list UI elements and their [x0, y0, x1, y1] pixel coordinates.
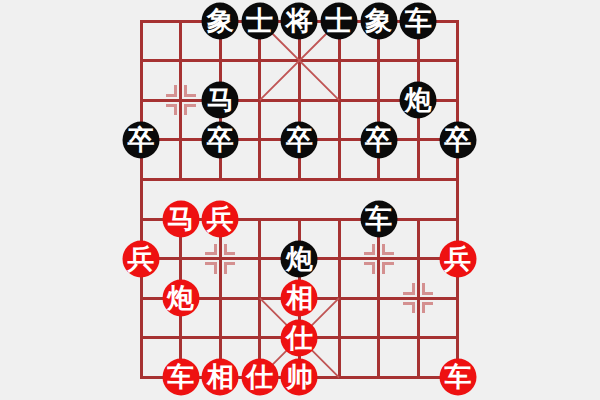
red-chariot[interactable]: 车 [162, 359, 199, 396]
red-elephant[interactable]: 相 [202, 359, 239, 396]
red-elephant[interactable]: 相 [281, 280, 318, 317]
black-soldier[interactable]: 卒 [439, 121, 476, 158]
red-soldier[interactable]: 兵 [202, 201, 239, 238]
black-chariot[interactable]: 车 [400, 3, 437, 40]
red-chariot[interactable]: 车 [439, 359, 476, 396]
red-soldier[interactable]: 兵 [123, 240, 160, 277]
black-advisor[interactable]: 士 [321, 3, 358, 40]
red-horse[interactable]: 马 [162, 201, 199, 238]
black-advisor[interactable]: 士 [241, 3, 278, 40]
black-cannon[interactable]: 炮 [281, 240, 318, 277]
black-soldier[interactable]: 卒 [281, 121, 318, 158]
red-general[interactable]: 帅 [281, 359, 318, 396]
red-advisor[interactable]: 仕 [281, 319, 318, 356]
black-general[interactable]: 将 [281, 3, 318, 40]
red-advisor[interactable]: 仕 [241, 359, 278, 396]
app-canvas: 象士将士象车马炮卒卒卒卒卒马兵车兵炮兵炮相仕车相仕帅车 [0, 0, 600, 400]
black-elephant[interactable]: 象 [360, 3, 397, 40]
red-soldier[interactable]: 兵 [439, 240, 476, 277]
black-soldier[interactable]: 卒 [360, 121, 397, 158]
black-horse[interactable]: 马 [202, 82, 239, 119]
black-soldier[interactable]: 卒 [202, 121, 239, 158]
xiangqi-board[interactable]: 象士将士象车马炮卒卒卒卒卒马兵车兵炮兵炮相仕车相仕帅车 [0, 0, 600, 400]
black-elephant[interactable]: 象 [202, 3, 239, 40]
black-cannon[interactable]: 炮 [400, 82, 437, 119]
red-cannon[interactable]: 炮 [162, 280, 199, 317]
black-chariot[interactable]: 车 [360, 201, 397, 238]
black-soldier[interactable]: 卒 [123, 121, 160, 158]
